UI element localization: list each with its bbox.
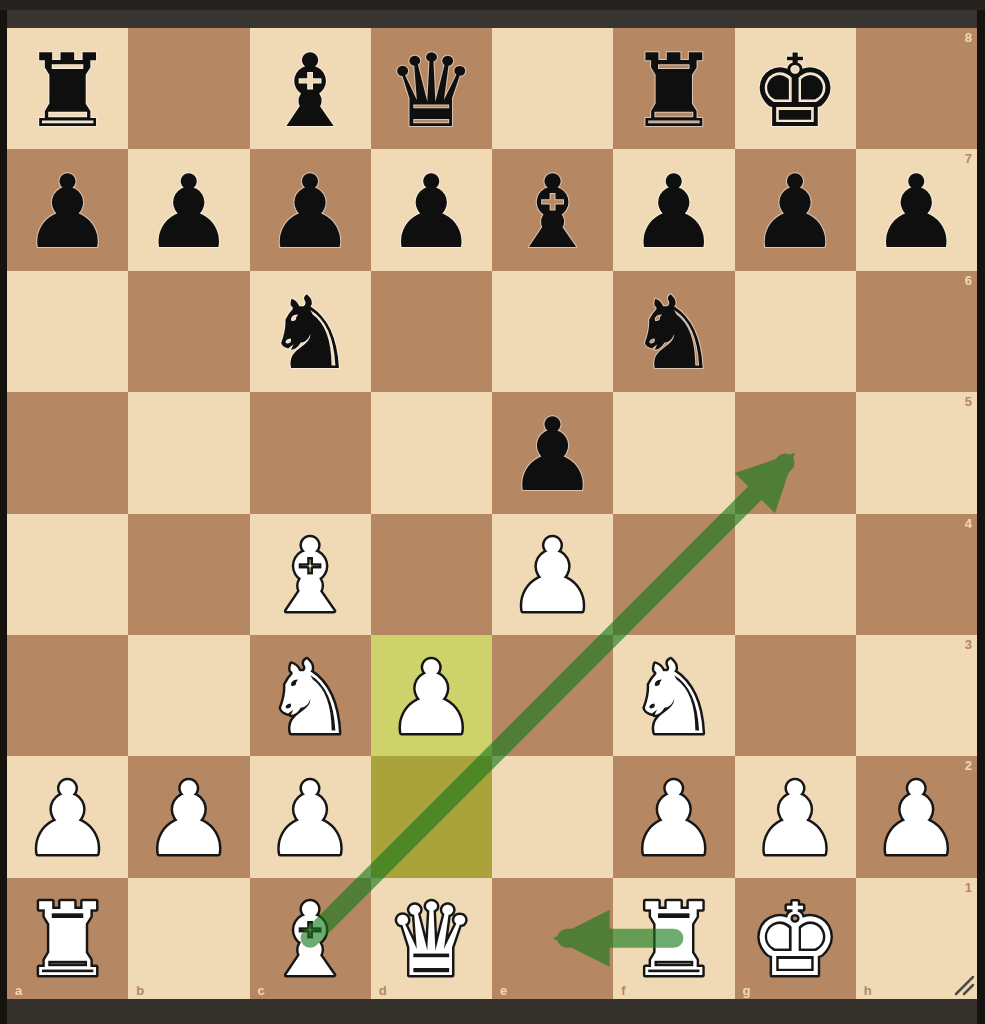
piece-white-rook-a1[interactable]: ♜ <box>22 881 113 999</box>
piece-black-queen-d8[interactable]: ♛ <box>386 32 477 150</box>
piece-white-pawn-h2[interactable]: ♟ <box>871 760 962 878</box>
piece-black-pawn-h7[interactable]: ♟ <box>871 153 962 271</box>
piece-black-pawn-e5[interactable]: ♟ <box>507 396 598 514</box>
piece-black-rook-f8[interactable]: ♜ <box>629 32 720 150</box>
piece-black-pawn-g7[interactable]: ♟ <box>750 153 841 271</box>
piece-black-rook-a8[interactable]: ♜ <box>22 32 113 150</box>
piece-white-pawn-d3[interactable]: ♟ <box>386 639 477 757</box>
piece-white-pawn-e4[interactable]: ♟ <box>507 517 598 635</box>
top-strip <box>0 0 985 10</box>
piece-white-pawn-c2[interactable]: ♟ <box>265 760 356 878</box>
board-bottom-bar <box>7 999 977 1024</box>
piece-black-pawn-f7[interactable]: ♟ <box>629 153 720 271</box>
piece-black-pawn-c7[interactable]: ♟ <box>265 153 356 271</box>
piece-black-bishop-c8[interactable]: ♝ <box>265 32 356 150</box>
piece-white-pawn-g2[interactable]: ♟ <box>750 760 841 878</box>
piece-white-pawn-b2[interactable]: ♟ <box>144 760 235 878</box>
handle-layer <box>956 977 973 994</box>
piece-black-pawn-a7[interactable]: ♟ <box>22 153 113 271</box>
piece-black-pawn-b7[interactable]: ♟ <box>144 153 235 271</box>
piece-black-knight-c6[interactable]: ♞ <box>265 274 356 392</box>
board-top-bar <box>7 10 977 28</box>
pieces-layer: ♜♝♛♜♚♟♟♟♟♝♟♟♟♞♞♟♝♟♞♟♞♟♟♟♟♟♟♜♝♛♜♚ <box>22 32 961 999</box>
piece-black-knight-f6[interactable]: ♞ <box>629 274 720 392</box>
piece-white-queen-d1[interactable]: ♛ <box>386 881 477 999</box>
piece-white-knight-c3[interactable]: ♞ <box>265 639 356 757</box>
piece-white-pawn-f2[interactable]: ♟ <box>629 760 720 878</box>
piece-white-king-g1[interactable]: ♚ <box>750 881 841 999</box>
piece-white-bishop-c4[interactable]: ♝ <box>265 517 356 635</box>
piece-black-king-g8[interactable]: ♚ <box>750 32 841 150</box>
piece-black-pawn-d7[interactable]: ♟ <box>386 153 477 271</box>
piece-black-bishop-e7[interactable]: ♝ <box>507 153 598 271</box>
piece-white-knight-f3[interactable]: ♞ <box>629 639 720 757</box>
resize-diagonal-icon[interactable] <box>956 977 973 994</box>
piece-white-pawn-a2[interactable]: ♟ <box>22 760 113 878</box>
board-overlay: ♜♝♛♜♚♟♟♟♟♝♟♟♟♞♞♟♝♟♞♟♞♟♟♟♟♟♟♜♝♛♜♚ <box>7 28 977 999</box>
